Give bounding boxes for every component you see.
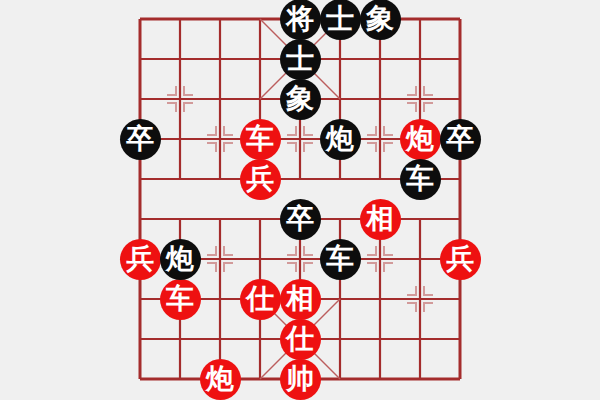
black-cannon[interactable]: 炮 — [160, 239, 201, 280]
red-cannon[interactable]: 炮 — [200, 359, 241, 400]
black-advisor[interactable]: 士 — [320, 0, 361, 40]
black-soldier[interactable]: 卒 — [280, 199, 321, 240]
black-chariot[interactable]: 车 — [320, 239, 361, 280]
red-soldier[interactable]: 兵 — [240, 159, 281, 200]
black-soldier[interactable]: 卒 — [120, 119, 161, 160]
red-advisor[interactable]: 仕 — [240, 279, 281, 320]
red-elephant[interactable]: 相 — [360, 199, 401, 240]
red-advisor[interactable]: 仕 — [280, 319, 321, 360]
red-chariot[interactable]: 车 — [240, 119, 281, 160]
red-chariot[interactable]: 车 — [160, 279, 201, 320]
xiangqi-board[interactable]: 车炮兵相兵兵车仕相仕炮帅将士象士象卒炮卒车卒炮车 — [120, 0, 480, 399]
black-general[interactable]: 将 — [280, 0, 321, 40]
black-elephant[interactable]: 象 — [360, 0, 401, 40]
red-elephant[interactable]: 相 — [280, 279, 321, 320]
black-elephant[interactable]: 象 — [280, 79, 321, 120]
red-soldier[interactable]: 兵 — [120, 239, 161, 280]
red-cannon[interactable]: 炮 — [400, 119, 441, 160]
black-chariot[interactable]: 车 — [400, 159, 441, 200]
red-soldier[interactable]: 兵 — [440, 239, 481, 280]
red-general[interactable]: 帅 — [280, 359, 321, 400]
xiangqi-app: 车炮兵相兵兵车仕相仕炮帅将士象士象卒炮卒车卒炮车 — [0, 0, 600, 400]
black-advisor[interactable]: 士 — [280, 39, 321, 80]
black-cannon[interactable]: 炮 — [320, 119, 361, 160]
black-soldier[interactable]: 卒 — [440, 119, 481, 160]
